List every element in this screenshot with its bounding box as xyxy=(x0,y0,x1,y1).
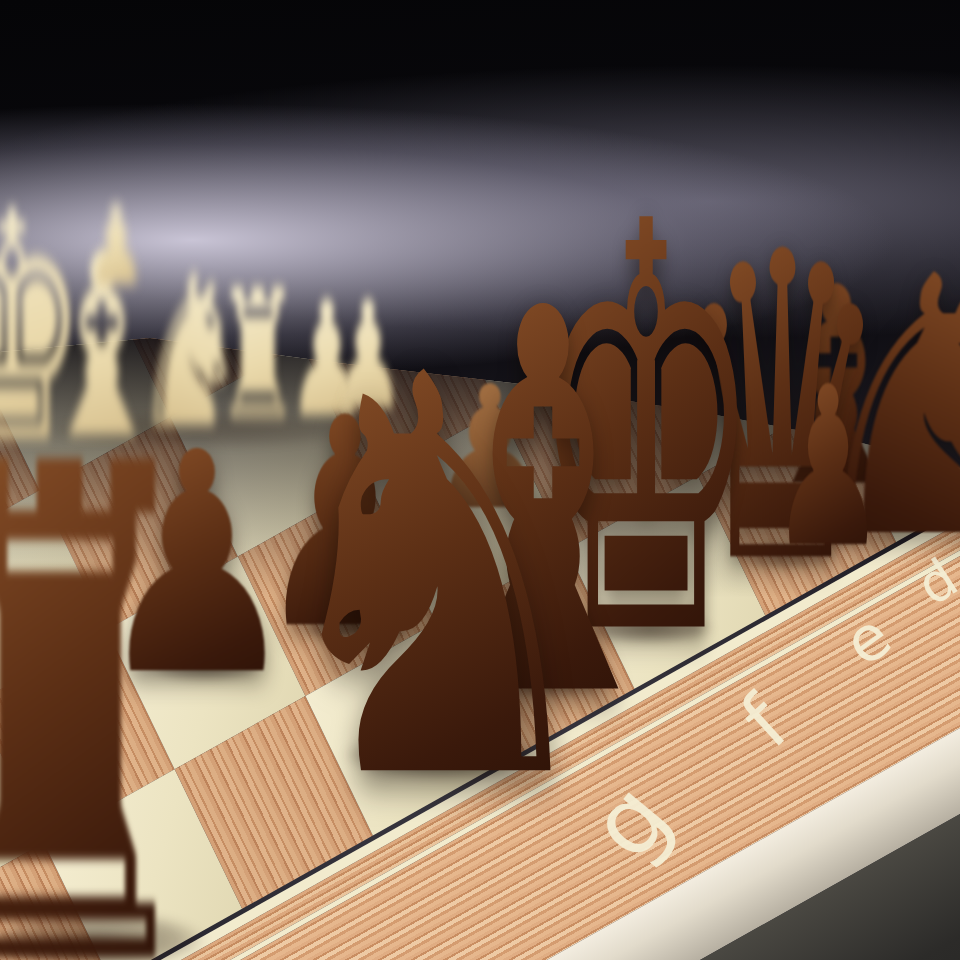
chess-set-photo: g f e d ♚ ♝ ♞ ♜ ♟ ♟ ♟ ♝ ♞ ♛ ♟ ♚ ♟ ♝ ♟ ♞ … xyxy=(0,0,960,960)
white-pawn-piece: ♟ xyxy=(86,191,145,301)
dark-rook-piece: ♜ xyxy=(0,379,212,960)
dark-knight-piece: ♞ xyxy=(257,305,616,855)
dark-pawn-piece: ♟ xyxy=(770,358,887,579)
